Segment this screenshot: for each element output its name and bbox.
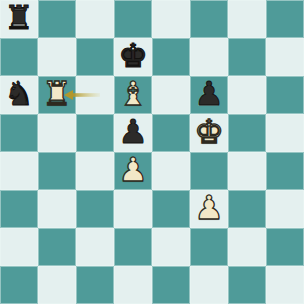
square-a3[interactable] (0, 190, 38, 228)
square-h7[interactable] (266, 38, 304, 76)
square-e5[interactable] (152, 114, 190, 152)
square-g7[interactable] (228, 38, 266, 76)
square-b2[interactable] (38, 228, 76, 266)
square-b7[interactable] (38, 38, 76, 76)
square-d4[interactable]: ♟ (114, 152, 152, 190)
square-c6[interactable] (76, 76, 114, 114)
square-f7[interactable] (190, 38, 228, 76)
piece-white-rook[interactable]: ♜ (42, 75, 72, 113)
square-a2[interactable] (0, 228, 38, 266)
square-g5[interactable] (228, 114, 266, 152)
piece-black-knight[interactable]: ♞ (4, 75, 34, 113)
square-f2[interactable] (190, 228, 228, 266)
square-f8[interactable] (190, 0, 228, 38)
square-c2[interactable] (76, 228, 114, 266)
square-f3[interactable]: ♟ (190, 190, 228, 228)
square-b4[interactable] (38, 152, 76, 190)
square-c1[interactable] (76, 266, 114, 304)
square-h3[interactable] (266, 190, 304, 228)
piece-white-bishop[interactable]: ♝ (118, 75, 148, 113)
piece-black-pawn[interactable]: ♟ (118, 113, 148, 151)
square-f6[interactable]: ♟ (190, 76, 228, 114)
square-e1[interactable] (152, 266, 190, 304)
square-b6[interactable]: ♜ (38, 76, 76, 114)
piece-white-king[interactable]: ♚ (194, 113, 224, 151)
square-c7[interactable] (76, 38, 114, 76)
square-e6[interactable] (152, 76, 190, 114)
square-c8[interactable] (76, 0, 114, 38)
piece-white-pawn[interactable]: ♟ (194, 189, 224, 227)
square-d3[interactable] (114, 190, 152, 228)
square-h2[interactable] (266, 228, 304, 266)
square-g1[interactable] (228, 266, 266, 304)
square-a1[interactable] (0, 266, 38, 304)
square-d2[interactable] (114, 228, 152, 266)
square-e8[interactable] (152, 0, 190, 38)
square-g2[interactable] (228, 228, 266, 266)
square-f4[interactable] (190, 152, 228, 190)
square-g6[interactable] (228, 76, 266, 114)
square-c4[interactable] (76, 152, 114, 190)
square-g8[interactable] (228, 0, 266, 38)
square-e4[interactable] (152, 152, 190, 190)
square-h4[interactable] (266, 152, 304, 190)
square-h6[interactable] (266, 76, 304, 114)
square-a4[interactable] (0, 152, 38, 190)
square-a5[interactable] (0, 114, 38, 152)
square-b1[interactable] (38, 266, 76, 304)
piece-black-pawn[interactable]: ♟ (194, 75, 224, 113)
piece-black-king[interactable]: ♚ (118, 37, 148, 75)
square-h8[interactable] (266, 0, 304, 38)
square-a6[interactable]: ♞ (0, 76, 38, 114)
square-f1[interactable] (190, 266, 228, 304)
square-c3[interactable] (76, 190, 114, 228)
square-e7[interactable] (152, 38, 190, 76)
square-e2[interactable] (152, 228, 190, 266)
square-a8[interactable]: ♜ (0, 0, 38, 38)
square-d8[interactable] (114, 0, 152, 38)
square-h1[interactable] (266, 266, 304, 304)
square-d7[interactable]: ♚ (114, 38, 152, 76)
square-e3[interactable] (152, 190, 190, 228)
square-d1[interactable] (114, 266, 152, 304)
square-b5[interactable] (38, 114, 76, 152)
piece-white-pawn[interactable]: ♟ (118, 151, 148, 189)
square-c5[interactable] (76, 114, 114, 152)
square-f5[interactable]: ♚ (190, 114, 228, 152)
square-h5[interactable] (266, 114, 304, 152)
square-g3[interactable] (228, 190, 266, 228)
square-d6[interactable]: ♝ (114, 76, 152, 114)
square-a7[interactable] (0, 38, 38, 76)
square-d5[interactable]: ♟ (114, 114, 152, 152)
piece-black-rook[interactable]: ♜ (4, 0, 34, 37)
chess-board: ♜♚♞♜♝♟♟♚♟♟ (0, 0, 304, 304)
square-b8[interactable] (38, 0, 76, 38)
square-b3[interactable] (38, 190, 76, 228)
square-g4[interactable] (228, 152, 266, 190)
